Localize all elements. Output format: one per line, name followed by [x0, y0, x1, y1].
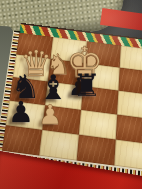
pieces-layer: ♛♞♚♞♝♟♜♟♟: [0, 0, 142, 189]
piece-white-pawn-b4: ♟: [38, 101, 62, 128]
photo-chessboard-scene: ♛♞♚♞♝♟♜♟♟: [0, 0, 142, 189]
piece-black-rook-d5: ♜: [73, 70, 101, 101]
piece-black-pawn-a4: ♟: [8, 98, 34, 127]
